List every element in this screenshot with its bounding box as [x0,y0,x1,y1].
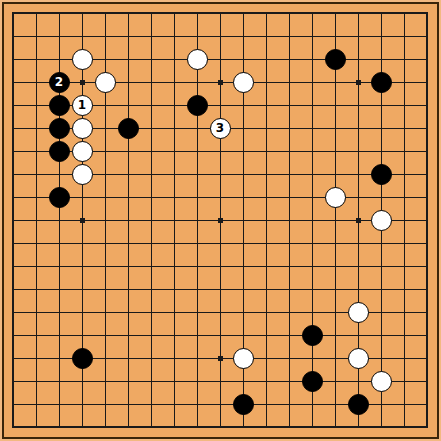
grid-line-vertical-19 [426,12,428,428]
white-stone [72,49,93,70]
black-stone [302,371,323,392]
white-stone [72,118,93,139]
white-stone [348,348,369,369]
star-point [218,356,223,361]
white-stone [348,302,369,323]
white-stone [325,187,346,208]
grid-line-vertical-15 [335,12,336,428]
grid-line-horizontal-13 [12,289,428,290]
white-stone [72,141,93,162]
grid-line-vertical-18 [404,12,405,428]
black-stone [348,394,369,415]
grid-line-horizontal-19 [12,426,428,428]
grid-line-vertical-14 [312,12,313,428]
star-point [218,80,223,85]
black-stone [302,325,323,346]
white-stone [187,49,208,70]
grid-line-horizontal-12 [12,266,428,267]
white-stone [371,371,392,392]
grid-line-horizontal-15 [12,335,428,336]
white-stone [95,72,116,93]
white-stone [371,210,392,231]
black-stone [49,118,70,139]
black-stone [233,394,254,415]
black-stone [118,118,139,139]
white-stone [233,348,254,369]
black-stone [49,141,70,162]
black-stone [371,164,392,185]
black-stone [49,95,70,116]
grid-line-vertical-13 [289,12,290,428]
white-stone-move-1: 1 [72,95,93,116]
star-point [356,218,361,223]
white-stone [72,164,93,185]
star-point [80,80,85,85]
white-stone-move-3: 3 [210,118,231,139]
black-stone [325,49,346,70]
black-stone-move-2: 2 [49,72,70,93]
go-board[interactable]: 213 [0,0,441,441]
star-point [218,218,223,223]
black-stone [187,95,208,116]
stone-move-number: 1 [78,99,86,111]
stone-move-number: 3 [216,122,224,134]
star-point [80,218,85,223]
grid-line-vertical-12 [266,12,267,428]
white-stone [233,72,254,93]
black-stone [49,187,70,208]
grid-line-horizontal-11 [12,243,428,244]
black-stone [72,348,93,369]
star-point [356,80,361,85]
grid-line-horizontal-17 [12,381,428,382]
black-stone [371,72,392,93]
stone-move-number: 2 [55,76,63,88]
